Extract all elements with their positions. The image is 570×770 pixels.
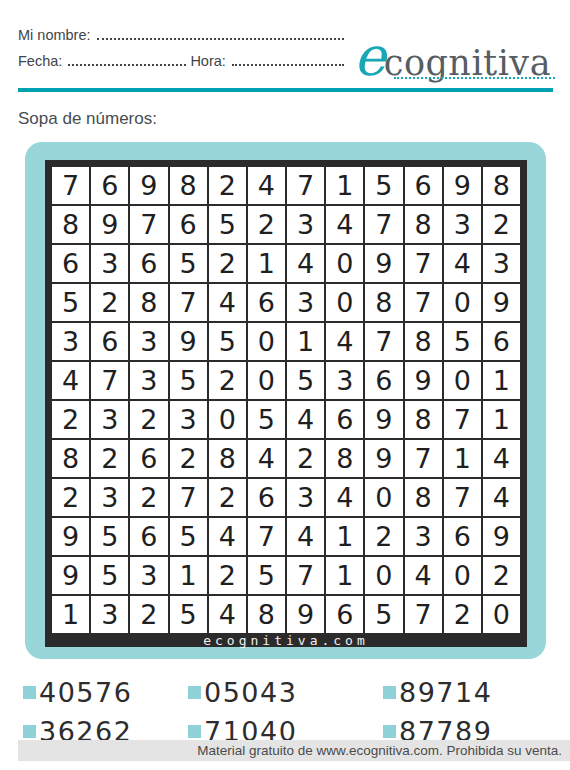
- grid-cell-r1c5[interactable]: 2: [209, 167, 246, 204]
- grid-cell-r12c11[interactable]: 2: [444, 596, 481, 633]
- ecognitiva-logo: e cognitiva: [354, 22, 553, 79]
- grid-cell-r2c1[interactable]: 8: [52, 206, 89, 243]
- date-field-label: Fecha:: [18, 53, 66, 69]
- grid-cell-r7c3[interactable]: 2: [130, 401, 167, 438]
- grid-cell-r5c7[interactable]: 1: [287, 323, 324, 360]
- grid-cell-r9c7[interactable]: 3: [287, 479, 324, 516]
- clue-number: 89714: [399, 679, 492, 706]
- grid-cell-r6c5[interactable]: 2: [209, 362, 246, 399]
- clue-item-89714[interactable]: 89714: [383, 679, 570, 706]
- header-divider-rule: [18, 88, 553, 92]
- grid-cell-r12c5[interactable]: 4: [209, 596, 246, 633]
- grid-cell-r1c3[interactable]: 9: [130, 167, 167, 204]
- number-grid: 7698247156988976523478326365214097435287…: [52, 167, 520, 633]
- grid-cell-r7c12[interactable]: 1: [483, 401, 520, 438]
- grid-cell-r12c9[interactable]: 5: [365, 596, 402, 633]
- grid-cell-r8c5[interactable]: 8: [209, 440, 246, 477]
- grid-cell-r5c10[interactable]: 8: [405, 323, 442, 360]
- grid-cell-r4c10[interactable]: 7: [405, 284, 442, 321]
- grid-cell-r11c1[interactable]: 9: [52, 557, 89, 594]
- time-write-line: [232, 64, 344, 66]
- clue-item-05043[interactable]: 05043: [188, 679, 383, 706]
- date-write-line: [68, 64, 186, 66]
- grid-cell-r10c12[interactable]: 9: [483, 518, 520, 555]
- footer-text: Material gratuito de www.ecognitiva.com.…: [197, 743, 562, 758]
- grid-cell-r2c3[interactable]: 7: [130, 206, 167, 243]
- grid-cell-r5c4[interactable]: 9: [170, 323, 207, 360]
- puzzle-title: Sopa de números:: [18, 109, 570, 129]
- grid-cell-r6c9[interactable]: 6: [365, 362, 402, 399]
- grid-cell-r6c7[interactable]: 5: [287, 362, 324, 399]
- grid-cell-r10c4[interactable]: 5: [170, 518, 207, 555]
- grid-cell-r1c12[interactable]: 8: [483, 167, 520, 204]
- grid-cell-r10c7[interactable]: 4: [287, 518, 324, 555]
- grid-cell-r1c7[interactable]: 7: [287, 167, 324, 204]
- grid-cell-r12c12[interactable]: 0: [483, 596, 520, 633]
- grid-cell-r6c8[interactable]: 3: [326, 362, 363, 399]
- grid-cell-r8c7[interactable]: 2: [287, 440, 324, 477]
- grid-cell-r4c11[interactable]: 0: [444, 284, 481, 321]
- grid-cell-r1c8[interactable]: 1: [326, 167, 363, 204]
- grid-cell-r1c10[interactable]: 6: [405, 167, 442, 204]
- grid-cell-r12c10[interactable]: 7: [405, 596, 442, 633]
- grid-cell-r10c8[interactable]: 1: [326, 518, 363, 555]
- grid-cell-r6c6[interactable]: 0: [248, 362, 285, 399]
- grid-cell-r5c12[interactable]: 6: [483, 323, 520, 360]
- grid-cell-r2c12[interactable]: 2: [483, 206, 520, 243]
- grid-cell-r11c11[interactable]: 0: [444, 557, 481, 594]
- grid-cell-r7c5[interactable]: 0: [209, 401, 246, 438]
- clue-number: 05043: [204, 679, 297, 706]
- clue-bullet-icon: [383, 725, 396, 738]
- grid-cell-r8c2[interactable]: 2: [91, 440, 128, 477]
- grid-cell-r11c12[interactable]: 2: [483, 557, 520, 594]
- grid-cell-r5c6[interactable]: 0: [248, 323, 285, 360]
- grid-cell-r10c1[interactable]: 9: [52, 518, 89, 555]
- grid-cell-r8c11[interactable]: 1: [444, 440, 481, 477]
- logo-wordmark: cognitiva: [384, 48, 551, 80]
- grid-cell-r2c10[interactable]: 8: [405, 206, 442, 243]
- grid-cell-r10c3[interactable]: 6: [130, 518, 167, 555]
- grid-cell-r2c7[interactable]: 3: [287, 206, 324, 243]
- grid-cell-r7c7[interactable]: 4: [287, 401, 324, 438]
- grid-cell-r8c8[interactable]: 8: [326, 440, 363, 477]
- grid-cell-r7c8[interactable]: 6: [326, 401, 363, 438]
- grid-cell-r6c12[interactable]: 1: [483, 362, 520, 399]
- grid-cell-r4c8[interactable]: 0: [326, 284, 363, 321]
- grid-cell-r1c11[interactable]: 9: [444, 167, 481, 204]
- grid-cell-r3c5[interactable]: 2: [209, 245, 246, 282]
- grid-cell-r11c9[interactable]: 0: [365, 557, 402, 594]
- grid-cell-r2c9[interactable]: 7: [365, 206, 402, 243]
- grid-cell-r6c3[interactable]: 3: [130, 362, 167, 399]
- header-fields: Mi nombre: Fecha: Hora:: [18, 22, 346, 79]
- name-field-row: Mi nombre:: [18, 27, 346, 43]
- grid-cell-r8c3[interactable]: 6: [130, 440, 167, 477]
- board-teal-mat: 7698247156988976523478326365214097435287…: [25, 142, 546, 659]
- grid-cell-r2c6[interactable]: 2: [248, 206, 285, 243]
- grid-cell-r3c1[interactable]: 6: [52, 245, 89, 282]
- name-field-label: Mi nombre:: [18, 27, 95, 43]
- grid-cell-r11c8[interactable]: 1: [326, 557, 363, 594]
- grid-cell-r3c7[interactable]: 4: [287, 245, 324, 282]
- grid-cell-r10c10[interactable]: 3: [405, 518, 442, 555]
- grid-cell-r8c6[interactable]: 4: [248, 440, 285, 477]
- grid-cell-r12c2[interactable]: 3: [91, 596, 128, 633]
- grid-cell-r8c4[interactable]: 2: [170, 440, 207, 477]
- grid-cell-r8c10[interactable]: 7: [405, 440, 442, 477]
- grid-cell-r11c6[interactable]: 5: [248, 557, 285, 594]
- grid-cell-r11c10[interactable]: 4: [405, 557, 442, 594]
- grid-cell-r5c2[interactable]: 6: [91, 323, 128, 360]
- grid-cell-r10c5[interactable]: 4: [209, 518, 246, 555]
- grid-cell-r9c2[interactable]: 3: [91, 479, 128, 516]
- grid-cell-r3c2[interactable]: 3: [91, 245, 128, 282]
- grid-cell-r9c6[interactable]: 6: [248, 479, 285, 516]
- clue-list: 40576 05043 89714 36262 71040 87789: [23, 679, 570, 745]
- clue-bullet-icon: [188, 725, 201, 738]
- grid-cell-r3c11[interactable]: 4: [444, 245, 481, 282]
- grid-cell-r4c2[interactable]: 2: [91, 284, 128, 321]
- grid-cell-r9c5[interactable]: 2: [209, 479, 246, 516]
- grid-cell-r8c9[interactable]: 9: [365, 440, 402, 477]
- grid-cell-r7c4[interactable]: 3: [170, 401, 207, 438]
- grid-cell-r8c12[interactable]: 4: [483, 440, 520, 477]
- grid-cell-r10c11[interactable]: 6: [444, 518, 481, 555]
- grid-cell-r4c6[interactable]: 6: [248, 284, 285, 321]
- grid-cell-r7c9[interactable]: 9: [365, 401, 402, 438]
- grid-cell-r12c7[interactable]: 9: [287, 596, 324, 633]
- grid-cell-r11c5[interactable]: 2: [209, 557, 246, 594]
- grid-cell-r6c2[interactable]: 7: [91, 362, 128, 399]
- grid-cell-r4c1[interactable]: 5: [52, 284, 89, 321]
- name-write-line: [97, 38, 344, 40]
- grid-cell-r9c12[interactable]: 4: [483, 479, 520, 516]
- grid-cell-r1c4[interactable]: 8: [170, 167, 207, 204]
- grid-cell-r4c3[interactable]: 8: [130, 284, 167, 321]
- grid-cell-r11c3[interactable]: 3: [130, 557, 167, 594]
- grid-cell-r3c4[interactable]: 5: [170, 245, 207, 282]
- grid-cell-r5c1[interactable]: 3: [52, 323, 89, 360]
- grid-cell-r9c10[interactable]: 8: [405, 479, 442, 516]
- grid-cell-r3c12[interactable]: 3: [483, 245, 520, 282]
- grid-cell-r5c9[interactable]: 7: [365, 323, 402, 360]
- grid-cell-r7c11[interactable]: 7: [444, 401, 481, 438]
- grid-cell-r12c6[interactable]: 8: [248, 596, 285, 633]
- date-time-field-row: Fecha: Hora:: [18, 53, 346, 69]
- grid-cell-r5c11[interactable]: 5: [444, 323, 481, 360]
- grid-cell-r9c9[interactable]: 0: [365, 479, 402, 516]
- grid-cell-r7c1[interactable]: 2: [52, 401, 89, 438]
- grid-cell-r2c5[interactable]: 5: [209, 206, 246, 243]
- grid-cell-r2c11[interactable]: 3: [444, 206, 481, 243]
- footer-copyright-bar: Material gratuito de www.ecognitiva.com.…: [18, 740, 570, 761]
- grid-cell-r1c2[interactable]: 6: [91, 167, 128, 204]
- grid-cell-r9c1[interactable]: 2: [52, 479, 89, 516]
- grid-cell-r4c4[interactable]: 7: [170, 284, 207, 321]
- grid-cell-r11c7[interactable]: 7: [287, 557, 324, 594]
- grid-cell-r5c3[interactable]: 3: [130, 323, 167, 360]
- grid-cell-r9c11[interactable]: 7: [444, 479, 481, 516]
- grid-cell-r8c1[interactable]: 8: [52, 440, 89, 477]
- clue-bullet-icon: [188, 686, 201, 699]
- grid-cell-r5c8[interactable]: 4: [326, 323, 363, 360]
- grid-cell-r6c1[interactable]: 4: [52, 362, 89, 399]
- grid-cell-r9c4[interactable]: 7: [170, 479, 207, 516]
- grid-cell-r6c10[interactable]: 9: [405, 362, 442, 399]
- grid-cell-r4c5[interactable]: 4: [209, 284, 246, 321]
- grid-cell-r9c3[interactable]: 2: [130, 479, 167, 516]
- grid-cell-r3c6[interactable]: 1: [248, 245, 285, 282]
- grid-cell-r12c3[interactable]: 2: [130, 596, 167, 633]
- grid-cell-r9c8[interactable]: 4: [326, 479, 363, 516]
- grid-cell-r11c2[interactable]: 5: [91, 557, 128, 594]
- board-watermark: ecognitiva.com: [52, 633, 520, 649]
- grid-cell-r6c4[interactable]: 5: [170, 362, 207, 399]
- clue-number: 40576: [39, 679, 132, 706]
- grid-cell-r10c2[interactable]: 5: [91, 518, 128, 555]
- grid-cell-r3c10[interactable]: 7: [405, 245, 442, 282]
- time-field-label: Hora:: [190, 53, 229, 69]
- grid-cell-r12c4[interactable]: 5: [170, 596, 207, 633]
- grid-cell-r10c9[interactable]: 2: [365, 518, 402, 555]
- clue-item-40576[interactable]: 40576: [23, 679, 188, 706]
- grid-cell-r7c10[interactable]: 8: [405, 401, 442, 438]
- grid-cell-r3c8[interactable]: 0: [326, 245, 363, 282]
- grid-cell-r4c9[interactable]: 8: [365, 284, 402, 321]
- logo-dotted-underline: [394, 77, 555, 79]
- grid-cell-r12c1[interactable]: 1: [52, 596, 89, 633]
- grid-cell-r6c11[interactable]: 0: [444, 362, 481, 399]
- grid-cell-r1c9[interactable]: 5: [365, 167, 402, 204]
- grid-cell-r2c4[interactable]: 6: [170, 206, 207, 243]
- clue-bullet-icon: [23, 725, 36, 738]
- header: Mi nombre: Fecha: Hora: e cognitiva: [0, 0, 570, 79]
- grid-cell-r3c9[interactable]: 9: [365, 245, 402, 282]
- grid-cell-r1c6[interactable]: 4: [248, 167, 285, 204]
- clue-bullet-icon: [383, 686, 396, 699]
- grid-cell-r4c7[interactable]: 3: [287, 284, 324, 321]
- grid-cell-r7c6[interactable]: 5: [248, 401, 285, 438]
- grid-cell-r4c12[interactable]: 9: [483, 284, 520, 321]
- grid-cell-r2c8[interactable]: 4: [326, 206, 363, 243]
- grid-cell-r12c8[interactable]: 6: [326, 596, 363, 633]
- grid-cell-r2c2[interactable]: 9: [91, 206, 128, 243]
- grid-cell-r11c4[interactable]: 1: [170, 557, 207, 594]
- board-frame: 7698247156988976523478326365214097435287…: [45, 160, 527, 647]
- grid-cell-r5c5[interactable]: 5: [209, 323, 246, 360]
- grid-cell-r1c1[interactable]: 7: [52, 167, 89, 204]
- grid-cell-r3c3[interactable]: 6: [130, 245, 167, 282]
- logo-e-glyph: e: [354, 35, 384, 79]
- grid-cell-r10c6[interactable]: 7: [248, 518, 285, 555]
- grid-cell-r7c2[interactable]: 3: [91, 401, 128, 438]
- worksheet-page: Mi nombre: Fecha: Hora: e cognitiva Sopa…: [0, 0, 570, 770]
- clue-bullet-icon: [23, 686, 36, 699]
